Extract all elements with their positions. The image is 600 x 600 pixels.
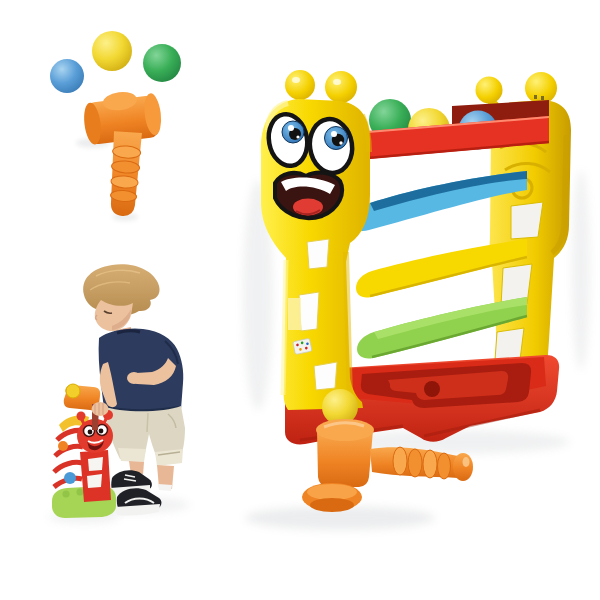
column-highlight bbox=[283, 260, 286, 395]
base-hole bbox=[424, 381, 440, 397]
handle-rib bbox=[408, 449, 422, 477]
child-left-hand bbox=[92, 402, 109, 416]
eye-highlight bbox=[339, 141, 342, 144]
tip-highlight bbox=[463, 457, 470, 467]
handle-tip bbox=[453, 453, 473, 481]
pillar-cutout bbox=[511, 202, 543, 239]
base-bump bbox=[63, 491, 70, 498]
flare-highlight bbox=[307, 484, 357, 500]
base-bump bbox=[77, 489, 84, 496]
small-pupil bbox=[99, 429, 104, 434]
ramp-arc bbox=[54, 462, 82, 472]
small-ball-orange bbox=[58, 441, 68, 451]
product-image bbox=[0, 0, 600, 600]
child-right-hand bbox=[127, 372, 141, 384]
eye-highlight bbox=[296, 135, 299, 138]
sock bbox=[158, 484, 172, 491]
toy-hammer-upper bbox=[81, 87, 163, 216]
pillar-cutout bbox=[314, 362, 337, 390]
shorts-cuff bbox=[118, 448, 146, 462]
loose-balls bbox=[50, 31, 181, 93]
antenna-knob bbox=[476, 77, 503, 104]
column-shade bbox=[346, 252, 350, 398]
pillar-reflection bbox=[288, 298, 301, 330]
handle-rib bbox=[438, 453, 451, 479]
tongue bbox=[293, 199, 323, 216]
mold-mark bbox=[534, 95, 537, 99]
loose-ball-yellow bbox=[92, 31, 132, 71]
hammer-base-rim bbox=[310, 498, 354, 512]
loose-ball-green bbox=[143, 44, 181, 82]
knob-highlight bbox=[333, 79, 341, 85]
mold-mark bbox=[541, 96, 544, 100]
eye-highlight bbox=[331, 131, 337, 137]
handle-rib bbox=[423, 450, 437, 478]
loose-ball-blue bbox=[50, 59, 84, 93]
shadow bbox=[572, 170, 590, 370]
antenna-knob bbox=[285, 70, 315, 100]
pillar-cutout bbox=[299, 292, 319, 331]
knob-highlight bbox=[292, 77, 300, 83]
eye-highlight bbox=[288, 125, 294, 131]
tower-cutout bbox=[87, 474, 102, 488]
product-illustration bbox=[0, 0, 600, 600]
small-ball-blue bbox=[64, 472, 76, 484]
hammer-handle bbox=[108, 131, 142, 217]
pillar-cutout bbox=[307, 239, 329, 269]
shorts-seam bbox=[147, 413, 148, 432]
handle-rib bbox=[393, 447, 407, 475]
hammer-knob-yellow bbox=[66, 384, 80, 398]
left-pillar bbox=[261, 70, 370, 410]
small-pupil bbox=[88, 430, 93, 435]
tower-cutout bbox=[88, 457, 103, 471]
antenna-knob bbox=[325, 71, 357, 103]
antenna-knob bbox=[77, 412, 86, 421]
pillar-cutout bbox=[495, 328, 524, 360]
